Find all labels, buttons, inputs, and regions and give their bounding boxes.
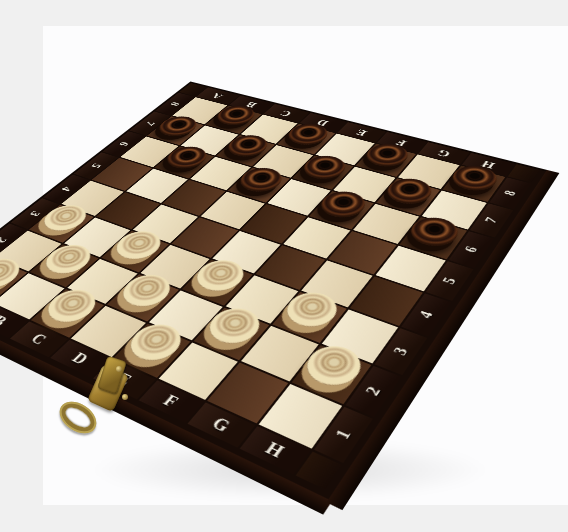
far-file-label-a: A	[210, 92, 226, 101]
file-label-b: B	[0, 313, 11, 329]
far-file-label-g: G	[435, 147, 453, 158]
right-rank-label-5: 5	[439, 275, 460, 286]
right-rank-label-1: 1	[332, 426, 356, 441]
right-rank-label-4: 4	[416, 309, 438, 321]
far-file-label-c: C	[278, 109, 294, 118]
left-rank-label-6: 6	[116, 140, 131, 147]
left-rank-label-5: 5	[88, 162, 104, 169]
left-rank-label-7: 7	[143, 120, 158, 126]
left-rank-label-2: 2	[0, 235, 10, 244]
right-rank-label-3: 3	[390, 345, 413, 358]
brass-clasp	[50, 360, 142, 455]
right-rank-label-2: 2	[362, 384, 385, 398]
left-rank-label-8: 8	[168, 101, 182, 107]
file-label-f: F	[160, 391, 183, 410]
left-rank-label-4: 4	[59, 185, 75, 193]
right-rank-label-8: 8	[501, 189, 520, 197]
clasp-screw	[116, 366, 122, 372]
far-file-label-e: E	[353, 127, 369, 137]
file-label-g: G	[208, 414, 234, 436]
file-label-h: H	[262, 438, 288, 461]
right-rank-label-6: 6	[461, 244, 481, 254]
left-rank-label-3: 3	[27, 209, 43, 217]
file-label-c: C	[27, 330, 50, 347]
product-photo: ABCDEFGH8877665544332211ABCDEFGH	[0, 0, 568, 532]
clasp-screw	[122, 394, 128, 400]
right-rank-label-7: 7	[482, 216, 502, 225]
